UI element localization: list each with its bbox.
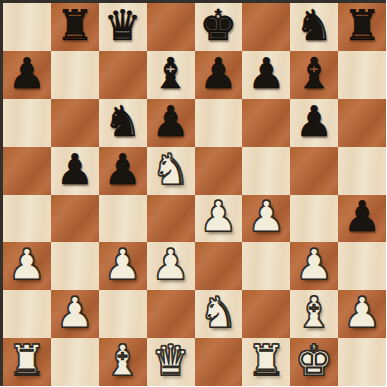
square-d4[interactable] [147,195,195,243]
square-h6[interactable] [338,99,386,147]
square-c4[interactable] [99,195,147,243]
square-a4[interactable] [3,195,51,243]
square-e6[interactable] [195,99,243,147]
black-king-e8[interactable]: ♚ [200,3,238,50]
square-g2[interactable]: ♝ [290,290,338,338]
black-queen-c8[interactable]: ♛ [104,3,142,50]
black-rook-b8[interactable]: ♜ [56,3,94,50]
white-knight-d5[interactable]: ♞ [152,147,190,194]
square-f2[interactable] [242,290,290,338]
white-pawn-f4[interactable]: ♟ [247,195,285,242]
square-e8[interactable]: ♚ [195,3,243,51]
white-pawn-g3[interactable]: ♟ [295,242,333,289]
square-f3[interactable] [242,242,290,290]
square-g5[interactable] [290,147,338,195]
black-pawn-f7[interactable]: ♟ [247,51,285,98]
black-pawn-h4[interactable]: ♟ [343,195,381,242]
square-c7[interactable] [99,51,147,99]
square-f4[interactable]: ♟ [242,195,290,243]
square-a5[interactable] [3,147,51,195]
square-a1[interactable]: ♜ [3,338,51,386]
square-h7[interactable] [338,51,386,99]
square-e7[interactable]: ♟ [195,51,243,99]
square-e3[interactable] [195,242,243,290]
black-bishop-g7[interactable]: ♝ [295,51,333,98]
square-f5[interactable] [242,147,290,195]
square-b7[interactable] [51,51,99,99]
black-pawn-b5[interactable]: ♟ [56,147,94,194]
square-d2[interactable] [147,290,195,338]
square-c6[interactable]: ♞ [99,99,147,147]
white-king-g1[interactable]: ♚ [295,338,333,385]
square-f1[interactable]: ♜ [242,338,290,386]
square-e5[interactable] [195,147,243,195]
square-a8[interactable] [3,3,51,51]
square-b8[interactable]: ♜ [51,3,99,51]
square-h5[interactable] [338,147,386,195]
square-b4[interactable] [51,195,99,243]
white-pawn-c3[interactable]: ♟ [104,242,142,289]
square-c2[interactable] [99,290,147,338]
square-c5[interactable]: ♟ [99,147,147,195]
black-pawn-e7[interactable]: ♟ [200,51,238,98]
black-rook-h8[interactable]: ♜ [343,3,381,50]
square-f8[interactable] [242,3,290,51]
square-a6[interactable] [3,99,51,147]
square-g6[interactable]: ♟ [290,99,338,147]
square-a2[interactable] [3,290,51,338]
square-b1[interactable] [51,338,99,386]
square-f7[interactable]: ♟ [242,51,290,99]
square-d8[interactable] [147,3,195,51]
square-e2[interactable]: ♞ [195,290,243,338]
white-knight-e2[interactable]: ♞ [200,290,238,337]
black-knight-c6[interactable]: ♞ [104,99,142,146]
black-pawn-g6[interactable]: ♟ [295,99,333,146]
square-g3[interactable]: ♟ [290,242,338,290]
square-e1[interactable] [195,338,243,386]
white-bishop-g2[interactable]: ♝ [295,290,333,337]
chess-diagram: ♜♛♚♞♜♟♝♟♟♝♞♟♟♟♟♞♟♟♟♟♟♟♟♟♞♝♟♜♝♛♜♚ [0,0,387,387]
square-a3[interactable]: ♟ [3,242,51,290]
white-bishop-c1[interactable]: ♝ [104,338,142,385]
black-knight-g8[interactable]: ♞ [295,3,333,50]
black-pawn-c5[interactable]: ♟ [104,147,142,194]
square-h3[interactable] [338,242,386,290]
square-d6[interactable]: ♟ [147,99,195,147]
white-pawn-a3[interactable]: ♟ [8,242,46,289]
square-d5[interactable]: ♞ [147,147,195,195]
white-rook-a1[interactable]: ♜ [8,338,46,385]
black-pawn-d6[interactable]: ♟ [152,99,190,146]
square-h8[interactable]: ♜ [338,3,386,51]
square-h1[interactable] [338,338,386,386]
white-pawn-d3[interactable]: ♟ [152,242,190,289]
square-b5[interactable]: ♟ [51,147,99,195]
square-g8[interactable]: ♞ [290,3,338,51]
white-pawn-e4[interactable]: ♟ [200,195,238,242]
square-b6[interactable] [51,99,99,147]
square-c3[interactable]: ♟ [99,242,147,290]
black-bishop-d7[interactable]: ♝ [152,51,190,98]
black-pawn-a7[interactable]: ♟ [8,51,46,98]
square-b2[interactable]: ♟ [51,290,99,338]
white-pawn-b2[interactable]: ♟ [56,290,94,337]
square-f6[interactable] [242,99,290,147]
square-g4[interactable] [290,195,338,243]
square-d1[interactable]: ♛ [147,338,195,386]
square-h4[interactable]: ♟ [338,195,386,243]
chess-board: ♜♛♚♞♜♟♝♟♟♝♞♟♟♟♟♞♟♟♟♟♟♟♟♟♞♝♟♜♝♛♜♚ [0,0,386,386]
white-queen-d1[interactable]: ♛ [152,338,190,385]
square-d3[interactable]: ♟ [147,242,195,290]
square-c8[interactable]: ♛ [99,3,147,51]
square-b3[interactable] [51,242,99,290]
white-pawn-h2[interactable]: ♟ [343,290,381,337]
square-d7[interactable]: ♝ [147,51,195,99]
square-e4[interactable]: ♟ [195,195,243,243]
square-h2[interactable]: ♟ [338,290,386,338]
square-c1[interactable]: ♝ [99,338,147,386]
white-rook-f1[interactable]: ♜ [247,338,285,385]
square-g1[interactable]: ♚ [290,338,338,386]
square-a7[interactable]: ♟ [3,51,51,99]
square-g7[interactable]: ♝ [290,51,338,99]
